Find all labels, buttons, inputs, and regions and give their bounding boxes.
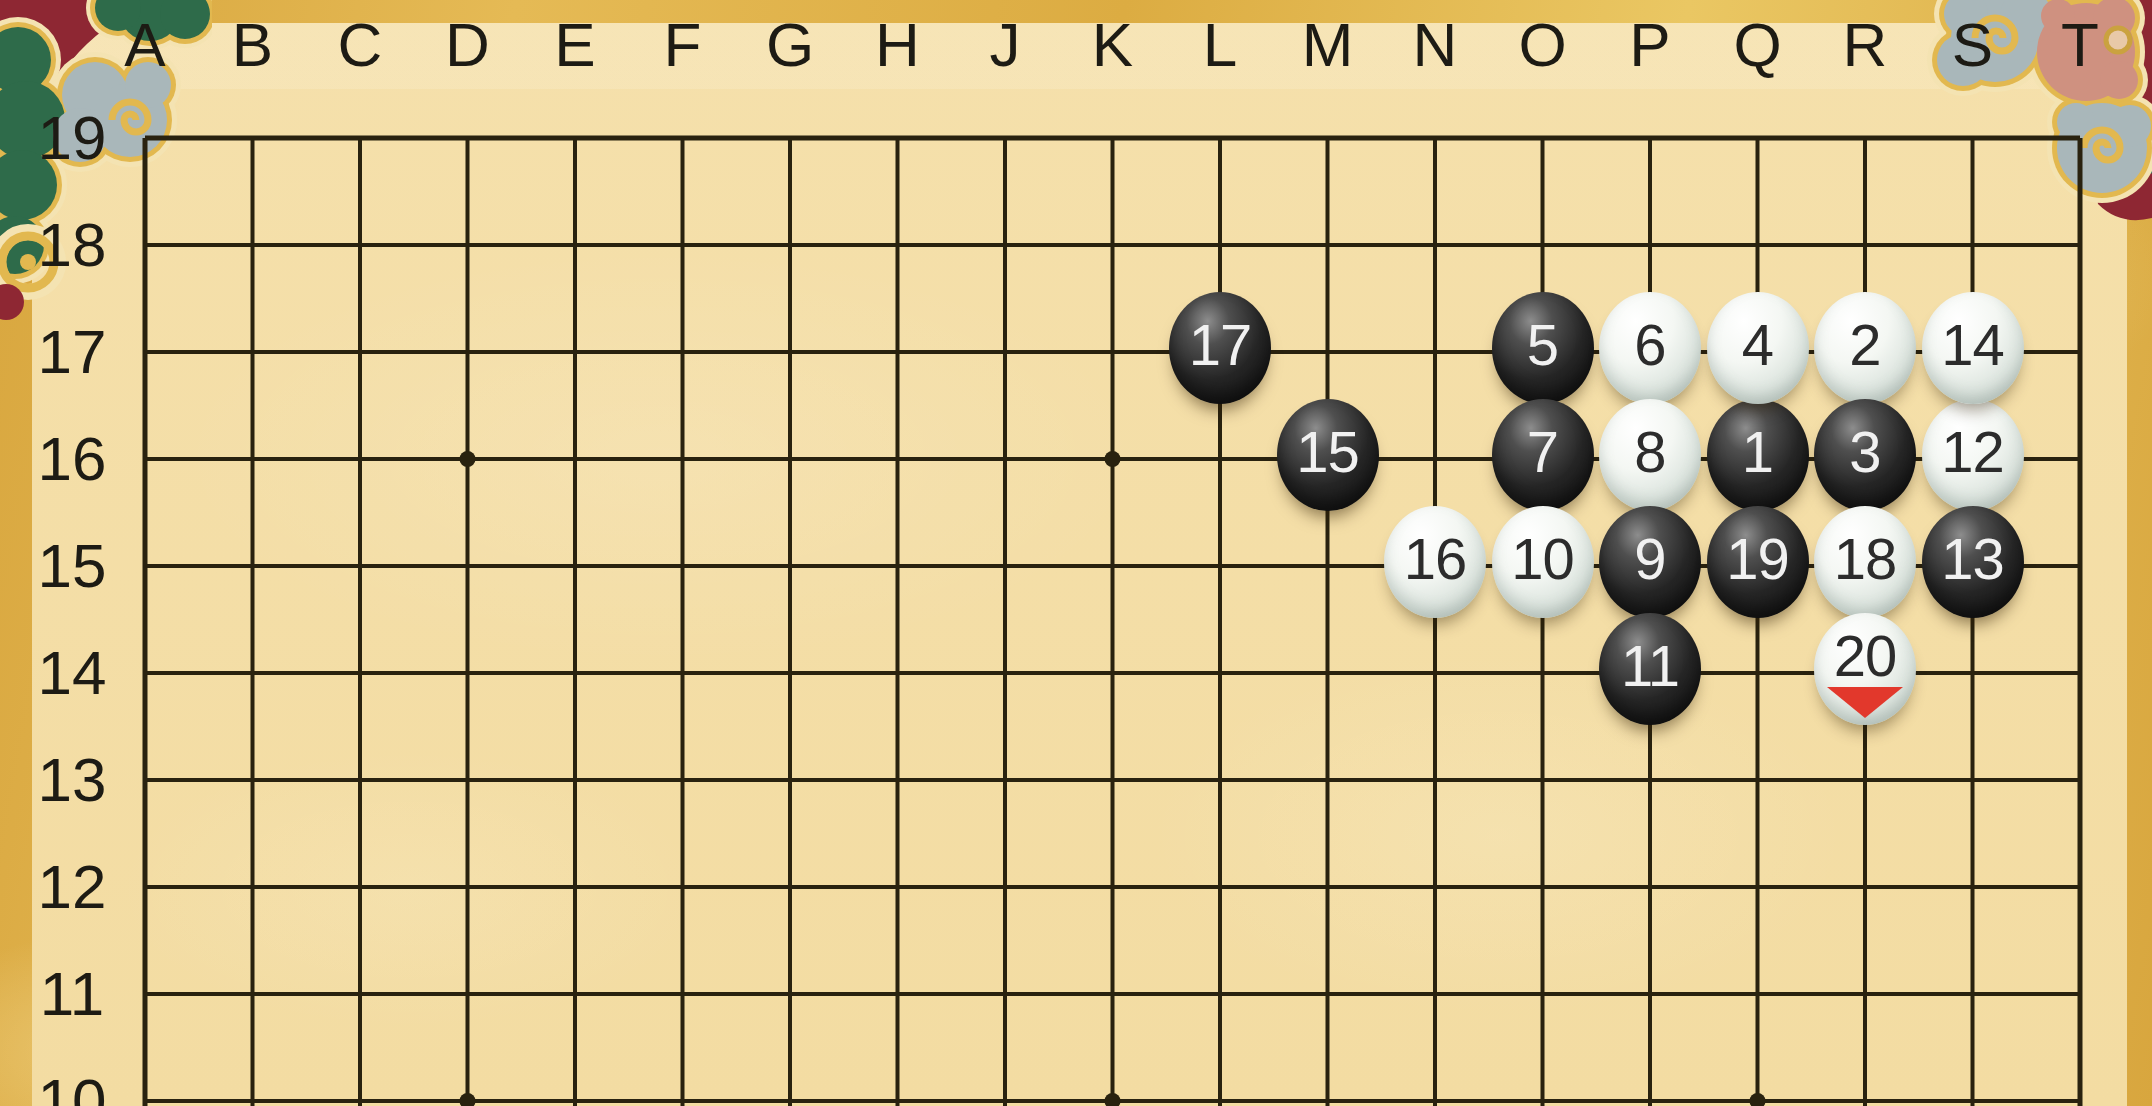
column-label-Q: Q [1733, 14, 1781, 76]
column-label-D: D [445, 14, 490, 76]
row-label-12: 12 [38, 856, 107, 918]
stone-move-number: 6 [1634, 316, 1665, 374]
go-app-screen: ABCDEFGHJKLMNOPQRST 19181716151413121110… [0, 0, 2152, 1106]
row-label-11: 11 [40, 963, 104, 1025]
row-label-19: 19 [38, 107, 107, 169]
column-label-J: J [990, 14, 1021, 76]
stone-move-number: 5 [1527, 316, 1558, 374]
stone-4-white-Q17: 4 [1707, 292, 1809, 404]
column-label-T: T [2061, 14, 2099, 76]
stone-move-number: 18 [1834, 530, 1897, 588]
stone-move-number: 15 [1296, 423, 1359, 481]
stone-17-black-L17: 17 [1169, 292, 1271, 404]
row-label-15: 15 [38, 535, 107, 597]
stone-14-white-S17: 14 [1922, 292, 2024, 404]
stone-move-number: 2 [1849, 316, 1880, 374]
stone-move-number: 20 [1834, 627, 1897, 685]
column-label-S: S [1952, 14, 1993, 76]
stone-1-black-Q16: 1 [1707, 399, 1809, 511]
column-label-K: K [1092, 14, 1133, 76]
column-label-N: N [1413, 14, 1458, 76]
stone-move-number: 19 [1726, 530, 1789, 588]
stone-move-number: 14 [1941, 316, 2004, 374]
stone-8-white-P16: 8 [1599, 399, 1701, 511]
stone-move-number: 11 [1621, 637, 1679, 695]
stone-3-black-R16: 3 [1814, 399, 1916, 511]
row-label-18: 18 [38, 214, 107, 276]
stone-move-number: 7 [1527, 423, 1558, 481]
last-move-triangle-icon [1827, 687, 1903, 718]
row-label-13: 13 [38, 749, 107, 811]
row-label-17: 17 [38, 321, 107, 383]
stone-move-number: 9 [1634, 530, 1665, 588]
row-label-10: 10 [38, 1070, 107, 1106]
column-label-M: M [1302, 14, 1354, 76]
stone-move-number: 17 [1189, 316, 1252, 374]
stone-16-white-N15: 16 [1384, 506, 1486, 618]
column-label-B: B [232, 14, 273, 76]
column-label-L: L [1203, 14, 1237, 76]
stone-12-white-S16: 12 [1922, 399, 2024, 511]
stone-13-black-S15: 13 [1922, 506, 2024, 618]
stone-move-number: 16 [1404, 530, 1467, 588]
row-label-14: 14 [38, 642, 107, 704]
column-label-H: H [875, 14, 920, 76]
stone-19-black-Q15: 19 [1707, 506, 1809, 618]
column-label-O: O [1518, 14, 1566, 76]
column-label-G: G [766, 14, 814, 76]
row-label-16: 16 [38, 428, 107, 490]
stone-move-number: 10 [1511, 530, 1574, 588]
stone-20-white-R14: 20 [1814, 613, 1916, 725]
stone-move-number: 13 [1941, 530, 2004, 588]
stone-2-white-R17: 2 [1814, 292, 1916, 404]
column-label-R: R [1843, 14, 1888, 76]
column-label-C: C [338, 14, 383, 76]
stone-move-number: 4 [1742, 316, 1773, 374]
column-label-F: F [664, 14, 702, 76]
stone-move-number: 3 [1849, 423, 1880, 481]
stone-move-number: 12 [1941, 423, 2004, 481]
stone-11-black-P14: 11 [1599, 613, 1701, 725]
column-label-P: P [1629, 14, 1670, 76]
go-board-surface[interactable] [32, 23, 2127, 1106]
column-label-A: A [124, 14, 165, 76]
column-label-E: E [554, 14, 595, 76]
stone-10-white-O15: 10 [1492, 506, 1594, 618]
stone-5-black-O17: 5 [1492, 292, 1594, 404]
stone-9-black-P15: 9 [1599, 506, 1701, 618]
stone-move-number: 8 [1634, 423, 1665, 481]
stone-7-black-O16: 7 [1492, 399, 1594, 511]
stone-15-black-M16: 15 [1277, 399, 1379, 511]
stone-6-white-P17: 6 [1599, 292, 1701, 404]
stone-move-number: 1 [1742, 423, 1773, 481]
stone-18-white-R15: 18 [1814, 506, 1916, 618]
